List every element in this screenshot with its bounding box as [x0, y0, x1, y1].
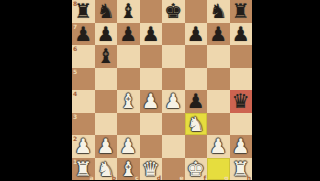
square-e4[interactable]: ♟	[162, 90, 185, 113]
square-h3[interactable]	[230, 113, 253, 136]
square-f2[interactable]	[185, 135, 208, 158]
square-c4[interactable]: ♝	[117, 90, 140, 113]
square-c7[interactable]: ♟	[117, 23, 140, 46]
square-e3[interactable]	[162, 113, 185, 136]
square-h5[interactable]	[230, 68, 253, 91]
square-a3[interactable]: 3	[72, 113, 95, 136]
square-a8[interactable]: 8♜	[72, 0, 95, 23]
piece-black-pawn[interactable]: ♟	[185, 23, 208, 46]
piece-black-pawn[interactable]: ♟	[140, 23, 163, 46]
rank-label-6: 6	[73, 45, 77, 52]
piece-black-knight[interactable]: ♞	[95, 0, 118, 23]
square-d3[interactable]	[140, 113, 163, 136]
square-b4[interactable]	[95, 90, 118, 113]
square-b2[interactable]: ♟	[95, 135, 118, 158]
piece-white-king[interactable]: ♚	[185, 158, 208, 181]
square-g7[interactable]: ♟	[207, 23, 230, 46]
square-h4[interactable]: ♛	[230, 90, 253, 113]
square-c2[interactable]: ♟	[117, 135, 140, 158]
piece-black-rook[interactable]: ♜	[72, 0, 95, 23]
piece-white-pawn[interactable]: ♟	[230, 135, 253, 158]
letterbox-right	[252, 0, 320, 180]
square-a6[interactable]: 6	[72, 45, 95, 68]
square-a7[interactable]: 7♟	[72, 23, 95, 46]
piece-white-queen[interactable]: ♛	[140, 158, 163, 181]
rank-label-5: 5	[73, 68, 77, 75]
square-h1[interactable]: h♜	[230, 158, 253, 181]
chess-board: 8♜♞♝♚♞♜7♟♟♟♟♟♟♟6♝54♝♟♟♟♛3♞2♟♟♟♟♟1a♜b♞c♝d…	[72, 0, 252, 180]
square-e1[interactable]: e	[162, 158, 185, 181]
square-g6[interactable]	[207, 45, 230, 68]
piece-black-bishop[interactable]: ♝	[117, 0, 140, 23]
square-b5[interactable]	[95, 68, 118, 91]
square-d8[interactable]	[140, 0, 163, 23]
piece-black-bishop[interactable]: ♝	[95, 45, 118, 68]
piece-white-pawn[interactable]: ♟	[207, 135, 230, 158]
piece-white-knight[interactable]: ♞	[95, 158, 118, 181]
square-c3[interactable]	[117, 113, 140, 136]
square-h2[interactable]: ♟	[230, 135, 253, 158]
square-f8[interactable]	[185, 0, 208, 23]
square-b8[interactable]: ♞	[95, 0, 118, 23]
square-h8[interactable]: ♜	[230, 0, 253, 23]
piece-black-pawn[interactable]: ♟	[185, 90, 208, 113]
rank-label-4: 4	[73, 90, 77, 97]
square-c1[interactable]: c♝	[117, 158, 140, 181]
square-b7[interactable]: ♟	[95, 23, 118, 46]
piece-black-pawn[interactable]: ♟	[72, 23, 95, 46]
square-a1[interactable]: 1a♜	[72, 158, 95, 181]
letterbox-left	[0, 0, 72, 180]
square-d2[interactable]	[140, 135, 163, 158]
square-e7[interactable]	[162, 23, 185, 46]
square-g5[interactable]	[207, 68, 230, 91]
piece-white-bishop[interactable]: ♝	[117, 90, 140, 113]
square-b3[interactable]	[95, 113, 118, 136]
square-a5[interactable]: 5	[72, 68, 95, 91]
piece-white-pawn[interactable]: ♟	[95, 135, 118, 158]
square-b6[interactable]: ♝	[95, 45, 118, 68]
square-f6[interactable]	[185, 45, 208, 68]
square-f1[interactable]: f♚	[185, 158, 208, 181]
piece-black-pawn[interactable]: ♟	[95, 23, 118, 46]
piece-white-knight[interactable]: ♞	[185, 113, 208, 136]
square-a2[interactable]: 2♟	[72, 135, 95, 158]
piece-black-rook[interactable]: ♜	[230, 0, 253, 23]
square-g3[interactable]	[207, 113, 230, 136]
piece-white-bishop[interactable]: ♝	[117, 158, 140, 181]
piece-black-knight[interactable]: ♞	[207, 0, 230, 23]
piece-white-pawn[interactable]: ♟	[162, 90, 185, 113]
file-label-g: g	[224, 174, 228, 180]
square-h6[interactable]	[230, 45, 253, 68]
square-h7[interactable]: ♟	[230, 23, 253, 46]
square-e8[interactable]: ♚	[162, 0, 185, 23]
square-b1[interactable]: b♞	[95, 158, 118, 181]
square-c8[interactable]: ♝	[117, 0, 140, 23]
square-d7[interactable]: ♟	[140, 23, 163, 46]
piece-white-pawn[interactable]: ♟	[140, 90, 163, 113]
square-d6[interactable]	[140, 45, 163, 68]
square-f3[interactable]: ♞	[185, 113, 208, 136]
square-d1[interactable]: d♛	[140, 158, 163, 181]
rank-label-3: 3	[73, 113, 77, 120]
piece-white-pawn[interactable]: ♟	[117, 135, 140, 158]
square-g4[interactable]	[207, 90, 230, 113]
square-d5[interactable]	[140, 68, 163, 91]
file-label-e: e	[179, 174, 183, 180]
piece-white-pawn[interactable]: ♟	[72, 135, 95, 158]
square-f4[interactable]: ♟	[185, 90, 208, 113]
square-e6[interactable]	[162, 45, 185, 68]
square-c6[interactable]	[117, 45, 140, 68]
square-c5[interactable]	[117, 68, 140, 91]
square-g1[interactable]: g	[207, 158, 230, 181]
piece-black-pawn[interactable]: ♟	[230, 23, 253, 46]
piece-white-rook[interactable]: ♜	[72, 158, 95, 181]
square-e2[interactable]	[162, 135, 185, 158]
piece-black-queen[interactable]: ♛	[230, 90, 253, 113]
piece-black-pawn[interactable]: ♟	[117, 23, 140, 46]
square-e5[interactable]	[162, 68, 185, 91]
piece-white-rook[interactable]: ♜	[230, 158, 253, 181]
square-f7[interactable]: ♟	[185, 23, 208, 46]
square-a4[interactable]: 4	[72, 90, 95, 113]
piece-black-king[interactable]: ♚	[162, 0, 185, 23]
square-g8[interactable]: ♞	[207, 0, 230, 23]
piece-black-pawn[interactable]: ♟	[207, 23, 230, 46]
square-f5[interactable]	[185, 68, 208, 91]
square-g2[interactable]: ♟	[207, 135, 230, 158]
square-d4[interactable]: ♟	[140, 90, 163, 113]
